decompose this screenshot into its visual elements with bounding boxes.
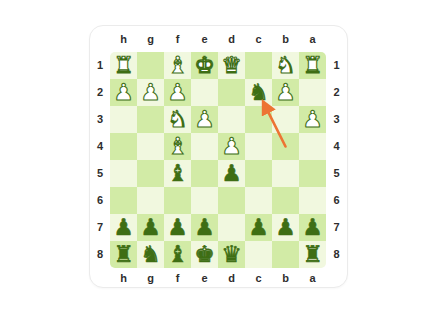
rank-label: 7 xyxy=(326,214,347,241)
square-b7[interactable]: ♟ xyxy=(272,214,299,241)
file-label: g xyxy=(137,26,164,52)
piece-black-knight[interactable]: ♞ xyxy=(248,81,269,104)
file-label: d xyxy=(218,26,245,52)
square-b6[interactable] xyxy=(272,187,299,214)
file-label: b xyxy=(272,26,299,52)
square-h6[interactable] xyxy=(110,187,137,214)
rank-labels-right: 12345678 xyxy=(326,52,347,268)
square-a5[interactable] xyxy=(299,160,326,187)
square-e5[interactable] xyxy=(191,160,218,187)
square-c2[interactable]: ♞ xyxy=(245,79,272,106)
rank-label: 5 xyxy=(326,160,347,187)
piece-black-rook[interactable]: ♜ xyxy=(302,243,323,266)
square-b2[interactable]: ♟ xyxy=(272,79,299,106)
square-e7[interactable]: ♟ xyxy=(191,214,218,241)
square-g2[interactable]: ♟ xyxy=(137,79,164,106)
square-b1[interactable]: ♞ xyxy=(272,52,299,79)
piece-white-bishop[interactable]: ♝ xyxy=(167,54,188,77)
square-b4[interactable] xyxy=(272,133,299,160)
rank-label: 3 xyxy=(90,106,110,133)
square-f8[interactable]: ♝ xyxy=(164,241,191,268)
square-a6[interactable] xyxy=(299,187,326,214)
piece-white-pawn[interactable]: ♟ xyxy=(140,81,161,104)
square-c7[interactable]: ♟ xyxy=(245,214,272,241)
square-e1[interactable]: ♚ xyxy=(191,52,218,79)
rank-label: 4 xyxy=(90,133,110,160)
square-c5[interactable] xyxy=(245,160,272,187)
square-e3[interactable]: ♟ xyxy=(191,106,218,133)
piece-black-pawn[interactable]: ♟ xyxy=(221,162,242,185)
square-d2[interactable] xyxy=(218,79,245,106)
square-d7[interactable] xyxy=(218,214,245,241)
piece-white-king[interactable]: ♚ xyxy=(194,54,215,77)
square-g8[interactable]: ♞ xyxy=(137,241,164,268)
square-h2[interactable]: ♟ xyxy=(110,79,137,106)
square-d5[interactable]: ♟ xyxy=(218,160,245,187)
square-a7[interactable]: ♟ xyxy=(299,214,326,241)
piece-black-bishop[interactable]: ♝ xyxy=(167,243,188,266)
square-d6[interactable] xyxy=(218,187,245,214)
square-f4[interactable]: ♝ xyxy=(164,133,191,160)
square-f5[interactable]: ♝ xyxy=(164,160,191,187)
rank-label: 2 xyxy=(326,79,347,106)
square-h3[interactable] xyxy=(110,106,137,133)
square-f3[interactable]: ♞ xyxy=(164,106,191,133)
piece-white-pawn[interactable]: ♟ xyxy=(302,108,323,131)
file-label: f xyxy=(164,26,191,52)
file-label: c xyxy=(245,268,272,288)
square-f1[interactable]: ♝ xyxy=(164,52,191,79)
chess-board[interactable]: ♜♝♚♛♞♜♟♟♟♞♟♞♟♟♝♟♝♟♟♟♟♟♟♟♟♜♞♝♚♛♜ xyxy=(110,52,326,268)
rank-label: 6 xyxy=(326,187,347,214)
square-g3[interactable] xyxy=(137,106,164,133)
rank-label: 8 xyxy=(326,241,347,268)
piece-white-knight[interactable]: ♞ xyxy=(275,54,296,77)
square-a2[interactable] xyxy=(299,79,326,106)
rank-label: 5 xyxy=(90,160,110,187)
piece-black-pawn[interactable]: ♟ xyxy=(140,216,161,239)
file-label: e xyxy=(191,26,218,52)
file-label: g xyxy=(137,268,164,288)
square-g6[interactable] xyxy=(137,187,164,214)
piece-black-king[interactable]: ♚ xyxy=(194,243,215,266)
square-e6[interactable] xyxy=(191,187,218,214)
square-h1[interactable]: ♜ xyxy=(110,52,137,79)
piece-black-rook[interactable]: ♜ xyxy=(113,243,134,266)
piece-black-pawn[interactable]: ♟ xyxy=(275,216,296,239)
file-labels-top: hgfedcba xyxy=(110,26,326,52)
square-c1[interactable] xyxy=(245,52,272,79)
square-d1[interactable]: ♛ xyxy=(218,52,245,79)
rank-label: 1 xyxy=(326,52,347,79)
piece-white-bishop[interactable]: ♝ xyxy=(167,135,188,158)
rank-label: 8 xyxy=(90,241,110,268)
square-a4[interactable] xyxy=(299,133,326,160)
piece-black-pawn[interactable]: ♟ xyxy=(167,216,188,239)
piece-white-rook[interactable]: ♜ xyxy=(113,54,134,77)
piece-black-knight[interactable]: ♞ xyxy=(140,243,161,266)
file-label: c xyxy=(245,26,272,52)
piece-white-pawn[interactable]: ♟ xyxy=(221,135,242,158)
square-f7[interactable]: ♟ xyxy=(164,214,191,241)
square-a1[interactable]: ♜ xyxy=(299,52,326,79)
square-h5[interactable] xyxy=(110,160,137,187)
square-g5[interactable] xyxy=(137,160,164,187)
rank-label: 1 xyxy=(90,52,110,79)
rank-label: 3 xyxy=(326,106,347,133)
square-b5[interactable] xyxy=(272,160,299,187)
piece-black-pawn[interactable]: ♟ xyxy=(113,216,134,239)
square-c3[interactable] xyxy=(245,106,272,133)
square-e2[interactable] xyxy=(191,79,218,106)
rank-label: 6 xyxy=(90,187,110,214)
piece-white-pawn[interactable]: ♟ xyxy=(167,81,188,104)
piece-white-rook[interactable]: ♜ xyxy=(302,54,323,77)
file-label: f xyxy=(164,268,191,288)
square-g7[interactable]: ♟ xyxy=(137,214,164,241)
rank-label: 4 xyxy=(326,133,347,160)
file-label: d xyxy=(218,268,245,288)
rank-label: 2 xyxy=(90,79,110,106)
square-b8[interactable] xyxy=(272,241,299,268)
square-c4[interactable] xyxy=(245,133,272,160)
square-e4[interactable] xyxy=(191,133,218,160)
file-label: h xyxy=(110,26,137,52)
square-d3[interactable] xyxy=(218,106,245,133)
square-h8[interactable]: ♜ xyxy=(110,241,137,268)
piece-white-queen[interactable]: ♛ xyxy=(221,54,242,77)
square-d8[interactable]: ♛ xyxy=(218,241,245,268)
piece-white-pawn[interactable]: ♟ xyxy=(194,108,215,131)
square-h4[interactable] xyxy=(110,133,137,160)
file-label: e xyxy=(191,268,218,288)
square-a3[interactable]: ♟ xyxy=(299,106,326,133)
piece-black-pawn[interactable]: ♟ xyxy=(194,216,215,239)
square-a8[interactable]: ♜ xyxy=(299,241,326,268)
file-label: a xyxy=(299,26,326,52)
piece-white-pawn[interactable]: ♟ xyxy=(113,81,134,104)
piece-black-bishop[interactable]: ♝ xyxy=(167,162,188,185)
square-e8[interactable]: ♚ xyxy=(191,241,218,268)
piece-black-pawn[interactable]: ♟ xyxy=(248,216,269,239)
file-labels-bottom: hgfedcba xyxy=(110,268,326,288)
file-label: h xyxy=(110,268,137,288)
piece-black-queen[interactable]: ♛ xyxy=(221,243,242,266)
board-card: hgfedcba 12345678 ♜♝♚♛♞♜♟♟♟♞♟♞♟♟♝♟♝♟♟♟♟♟… xyxy=(89,25,348,288)
rank-labels-left: 12345678 xyxy=(90,52,110,268)
file-label: b xyxy=(272,268,299,288)
square-f6[interactable] xyxy=(164,187,191,214)
square-g4[interactable] xyxy=(137,133,164,160)
square-b3[interactable] xyxy=(272,106,299,133)
file-label: a xyxy=(299,268,326,288)
square-c8[interactable] xyxy=(245,241,272,268)
square-d4[interactable]: ♟ xyxy=(218,133,245,160)
piece-white-pawn[interactable]: ♟ xyxy=(275,81,296,104)
square-h7[interactable]: ♟ xyxy=(110,214,137,241)
piece-black-pawn[interactable]: ♟ xyxy=(302,216,323,239)
square-c6[interactable] xyxy=(245,187,272,214)
rank-label: 7 xyxy=(90,214,110,241)
square-g1[interactable] xyxy=(137,52,164,79)
piece-white-knight[interactable]: ♞ xyxy=(167,108,188,131)
square-f2[interactable]: ♟ xyxy=(164,79,191,106)
